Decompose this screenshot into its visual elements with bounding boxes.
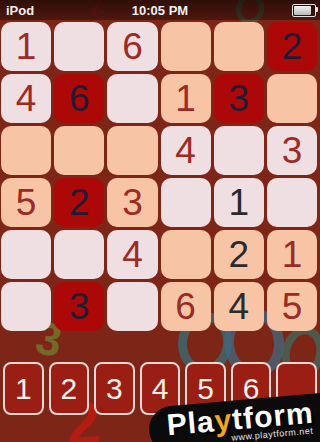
cell-r5c4[interactable] bbox=[161, 230, 211, 279]
cell-r3c1[interactable] bbox=[1, 126, 51, 175]
cell-r6c5[interactable]: 4 bbox=[214, 282, 264, 331]
board: 16246134352314213645 bbox=[0, 20, 318, 333]
battery-fill bbox=[294, 6, 311, 15]
cell-r5c6[interactable]: 1 bbox=[267, 230, 317, 279]
watermark-brand-segment: y bbox=[213, 405, 233, 436]
cell-r1c2[interactable] bbox=[54, 22, 104, 71]
cell-r6c4[interactable]: 6 bbox=[161, 282, 211, 331]
cell-r2c2[interactable]: 6 bbox=[54, 74, 104, 123]
cell-r6c2[interactable]: 3 bbox=[54, 282, 104, 331]
cell-r4c1[interactable]: 5 bbox=[1, 178, 51, 227]
keypad-button-1[interactable]: 1 bbox=[3, 362, 44, 415]
keypad-button-2[interactable]: 2 bbox=[49, 362, 90, 415]
cell-r5c5[interactable]: 2 bbox=[214, 230, 264, 279]
cell-r1c3[interactable]: 6 bbox=[107, 22, 157, 71]
cell-r3c5[interactable] bbox=[214, 126, 264, 175]
cell-r1c4[interactable] bbox=[161, 22, 211, 71]
cell-r1c5[interactable] bbox=[214, 22, 264, 71]
cell-r1c6[interactable]: 2 bbox=[267, 22, 317, 71]
cell-r6c6[interactable]: 5 bbox=[267, 282, 317, 331]
keypad-button-3[interactable]: 3 bbox=[94, 362, 135, 415]
cell-r2c4[interactable]: 1 bbox=[161, 74, 211, 123]
cell-r5c3[interactable]: 4 bbox=[107, 230, 157, 279]
cell-r4c2[interactable]: 2 bbox=[54, 178, 104, 227]
cell-r2c5[interactable]: 3 bbox=[214, 74, 264, 123]
cell-r5c1[interactable] bbox=[1, 230, 51, 279]
cell-r3c2[interactable] bbox=[54, 126, 104, 175]
cell-r3c3[interactable] bbox=[107, 126, 157, 175]
cell-r6c1[interactable] bbox=[1, 282, 51, 331]
watermark-brand-segment: Pla bbox=[165, 406, 215, 440]
cell-r2c1[interactable]: 4 bbox=[1, 74, 51, 123]
cell-r4c4[interactable] bbox=[161, 178, 211, 227]
cell-r4c6[interactable] bbox=[267, 178, 317, 227]
cell-r3c6[interactable]: 3 bbox=[267, 126, 317, 175]
cell-r2c6[interactable] bbox=[267, 74, 317, 123]
cell-r4c5[interactable]: 1 bbox=[214, 178, 264, 227]
cell-r1c1[interactable]: 1 bbox=[1, 22, 51, 71]
cell-r3c4[interactable]: 4 bbox=[161, 126, 211, 175]
clock: 10:05 PM bbox=[0, 3, 320, 18]
cell-r4c3[interactable]: 3 bbox=[107, 178, 157, 227]
battery-nub bbox=[316, 7, 318, 12]
app-screen: 3 2 8 2 iPod 10:05 PM 162461343523142136… bbox=[0, 0, 320, 442]
status-bar: iPod 10:05 PM bbox=[0, 0, 320, 20]
cell-r6c3[interactable] bbox=[107, 282, 157, 331]
cell-r2c3[interactable] bbox=[107, 74, 157, 123]
cell-r5c2[interactable] bbox=[54, 230, 104, 279]
battery-icon bbox=[292, 4, 316, 17]
